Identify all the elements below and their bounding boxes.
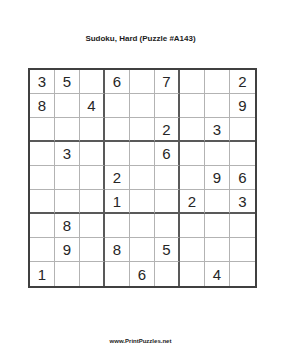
sudoku-cell-r4c7 — [180, 142, 205, 166]
sudoku-cell-r7c1 — [30, 214, 55, 238]
sudoku-cell-r9c2 — [55, 262, 80, 286]
sudoku-cell-r3c3 — [80, 118, 105, 142]
sudoku-cell-r5c1 — [30, 166, 55, 190]
sudoku-cell-r8c8 — [205, 238, 230, 262]
sudoku-cell-r4c1 — [30, 142, 55, 166]
sudoku-cell-r2c3: 4 — [80, 94, 105, 118]
sudoku-cell-r7c8 — [205, 214, 230, 238]
sudoku-cell-r9c8: 4 — [205, 262, 230, 286]
sudoku-cell-r7c5 — [130, 214, 155, 238]
sudoku-cell-r3c5 — [130, 118, 155, 142]
sudoku-cell-r6c6 — [155, 190, 180, 214]
sudoku-cell-r6c5 — [130, 190, 155, 214]
sudoku-cell-r5c6 — [155, 166, 180, 190]
sudoku-cell-r7c4 — [105, 214, 130, 238]
sudoku-cell-r6c3 — [80, 190, 105, 214]
print-page: Sudoku, Hard (Puzzle #A143) 356728492336… — [0, 0, 281, 363]
sudoku-cell-r4c6: 6 — [155, 142, 180, 166]
sudoku-cell-r2c7 — [180, 94, 205, 118]
sudoku-cell-r5c4: 2 — [105, 166, 130, 190]
sudoku-cell-r5c5 — [130, 166, 155, 190]
sudoku-cell-r4c3 — [80, 142, 105, 166]
sudoku-cell-r6c2 — [55, 190, 80, 214]
sudoku-cell-r8c3 — [80, 238, 105, 262]
sudoku-cell-r6c8 — [205, 190, 230, 214]
sudoku-cell-r1c5 — [130, 70, 155, 94]
sudoku-cell-r1c4: 6 — [105, 70, 130, 94]
sudoku-cell-r3c7 — [180, 118, 205, 142]
sudoku-cell-r1c6: 7 — [155, 70, 180, 94]
sudoku-cell-r3c4 — [105, 118, 130, 142]
sudoku-cell-r4c8 — [205, 142, 230, 166]
sudoku-cell-r4c5 — [130, 142, 155, 166]
sudoku-cell-r2c2 — [55, 94, 80, 118]
sudoku-cell-r9c3 — [80, 262, 105, 286]
sudoku-cell-r1c8 — [205, 70, 230, 94]
sudoku-cell-r5c2 — [55, 166, 80, 190]
sudoku-cell-r3c9 — [230, 118, 255, 142]
sudoku-cell-r1c9: 2 — [230, 70, 255, 94]
sudoku-cell-r3c2 — [55, 118, 80, 142]
sudoku-cell-r1c3 — [80, 70, 105, 94]
sudoku-cell-r8c5 — [130, 238, 155, 262]
sudoku-cell-r2c6 — [155, 94, 180, 118]
sudoku-cell-r5c3 — [80, 166, 105, 190]
sudoku-cell-r8c7 — [180, 238, 205, 262]
sudoku-board: 3567284923362961238985164 — [28, 68, 257, 288]
sudoku-cell-r9c7 — [180, 262, 205, 286]
sudoku-cell-r5c8: 9 — [205, 166, 230, 190]
sudoku-cell-r8c4: 8 — [105, 238, 130, 262]
sudoku-cell-r7c2: 8 — [55, 214, 80, 238]
sudoku-cell-r3c8: 3 — [205, 118, 230, 142]
sudoku-cell-r4c4 — [105, 142, 130, 166]
sudoku-cell-r4c9 — [230, 142, 255, 166]
puzzle-title: Sudoku, Hard (Puzzle #A143) — [0, 34, 281, 43]
sudoku-cell-r9c4 — [105, 262, 130, 286]
sudoku-cell-r1c7 — [180, 70, 205, 94]
sudoku-cell-r9c5: 6 — [130, 262, 155, 286]
sudoku-cell-r7c7 — [180, 214, 205, 238]
sudoku-cell-r1c2: 5 — [55, 70, 80, 94]
sudoku-cell-r7c6 — [155, 214, 180, 238]
sudoku-cell-r7c3 — [80, 214, 105, 238]
sudoku-cell-r2c4 — [105, 94, 130, 118]
sudoku-cell-r7c9 — [230, 214, 255, 238]
sudoku-cell-r8c9 — [230, 238, 255, 262]
sudoku-cell-r8c6: 5 — [155, 238, 180, 262]
sudoku-cell-r8c2: 9 — [55, 238, 80, 262]
sudoku-cell-r3c6: 2 — [155, 118, 180, 142]
sudoku-cell-r3c1 — [30, 118, 55, 142]
sudoku-cell-r6c7: 2 — [180, 190, 205, 214]
sudoku-cell-r9c9 — [230, 262, 255, 286]
sudoku-cell-r4c2: 3 — [55, 142, 80, 166]
footer-url: www.PrintPuzzles.net — [0, 338, 281, 344]
sudoku-cell-r6c9: 3 — [230, 190, 255, 214]
sudoku-cell-r1c1: 3 — [30, 70, 55, 94]
sudoku-cell-r2c5 — [130, 94, 155, 118]
sudoku-cell-r2c9: 9 — [230, 94, 255, 118]
sudoku-cell-r8c1 — [30, 238, 55, 262]
sudoku-cell-r2c8 — [205, 94, 230, 118]
sudoku-cell-r6c4: 1 — [105, 190, 130, 214]
sudoku-cell-r9c6 — [155, 262, 180, 286]
sudoku-cell-r6c1 — [30, 190, 55, 214]
sudoku-cell-r9c1: 1 — [30, 262, 55, 286]
sudoku-cell-r2c1: 8 — [30, 94, 55, 118]
sudoku-cell-r5c9: 6 — [230, 166, 255, 190]
sudoku-cell-r5c7 — [180, 166, 205, 190]
